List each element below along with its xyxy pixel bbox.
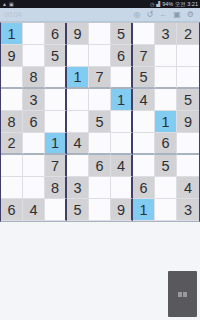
cell-r5c1[interactable]: 8: [1, 111, 23, 133]
status-bar: ▲▣ ◷▟ 94% 오전 3:21: [0, 0, 200, 8]
cell-r5c8[interactable]: 1: [155, 111, 177, 133]
cell-r4c7[interactable]: 4: [133, 89, 155, 111]
footer-area: [0, 222, 200, 320]
cell-r3c1[interactable]: [1, 67, 23, 89]
cell-r3c7[interactable]: 5: [133, 67, 155, 89]
cell-r1c9[interactable]: 2: [177, 23, 199, 45]
cell-r1c6[interactable]: 5: [111, 23, 133, 45]
cell-r1c2[interactable]: [23, 23, 45, 45]
cell-r9c8[interactable]: [155, 199, 177, 221]
cell-r3c2[interactable]: 8: [23, 67, 45, 89]
cell-r4c6[interactable]: 1: [111, 89, 133, 111]
settings-icon[interactable]: ⚙: [187, 8, 194, 21]
cell-r8c7[interactable]: 6: [133, 177, 155, 199]
cell-r2c8[interactable]: [155, 45, 177, 67]
cell-r1c8[interactable]: 3: [155, 23, 177, 45]
cell-r7c3[interactable]: 7: [45, 155, 67, 177]
sim-icon: ▣: [9, 0, 14, 8]
cell-r7c6[interactable]: 4: [111, 155, 133, 177]
cell-r2c3[interactable]: 5: [45, 45, 67, 67]
keypad-button[interactable]: [168, 271, 197, 317]
eraser-icon[interactable]: ▣: [173, 8, 181, 21]
cell-r2c4[interactable]: [67, 45, 89, 67]
cell-r2c9[interactable]: [177, 45, 199, 67]
cell-r1c4[interactable]: 9: [67, 23, 89, 45]
cell-r8c4[interactable]: 3: [67, 177, 89, 199]
cell-r2c7[interactable]: 7: [133, 45, 155, 67]
status-left-icons: ▲▣: [2, 0, 14, 8]
cell-r7c5[interactable]: 6: [89, 155, 111, 177]
cell-r1c5[interactable]: [89, 23, 111, 45]
cell-r2c1[interactable]: 9: [1, 45, 23, 67]
cell-r6c2[interactable]: [23, 133, 45, 155]
keypad-icon: [178, 292, 187, 297]
cell-r6c9[interactable]: [177, 133, 199, 155]
cell-r3c5[interactable]: 7: [89, 67, 111, 89]
sudoku-grid: 1695329567817531458651921467645836464591…: [0, 22, 200, 222]
game-toolbar: 00:04 ◎↺←▣⚙: [0, 8, 200, 22]
cell-r3c8[interactable]: [155, 67, 177, 89]
cell-r3c4[interactable]: 1: [67, 67, 89, 89]
status-right: ◷▟ 94% 오전 3:21: [150, 0, 198, 8]
cell-r8c9[interactable]: 4: [177, 177, 199, 199]
cell-r6c8[interactable]: 6: [155, 133, 177, 155]
cell-r6c3[interactable]: 1: [45, 133, 67, 155]
undo-icon[interactable]: ←: [159, 8, 167, 21]
cell-r8c8[interactable]: [155, 177, 177, 199]
cell-r5c5[interactable]: 5: [89, 111, 111, 133]
cell-r8c2[interactable]: [23, 177, 45, 199]
cell-r4c9[interactable]: 5: [177, 89, 199, 111]
cell-r6c4[interactable]: 4: [67, 133, 89, 155]
cell-r4c8[interactable]: [155, 89, 177, 111]
cell-r9c5[interactable]: [89, 199, 111, 221]
cell-r6c5[interactable]: [89, 133, 111, 155]
notification-triangle-icon: ▲: [2, 0, 7, 8]
cell-r8c6[interactable]: [111, 177, 133, 199]
cell-r4c1[interactable]: [1, 89, 23, 111]
cell-r4c5[interactable]: [89, 89, 111, 111]
cell-r8c5[interactable]: [89, 177, 111, 199]
cell-r1c3[interactable]: 6: [45, 23, 67, 45]
restart-icon[interactable]: ↺: [147, 8, 154, 21]
timer-label: 00:04: [4, 11, 22, 18]
cell-r8c1[interactable]: [1, 177, 23, 199]
cell-r5c2[interactable]: 6: [23, 111, 45, 133]
cell-r3c9[interactable]: [177, 67, 199, 89]
cell-r9c4[interactable]: 5: [67, 199, 89, 221]
cell-r7c1[interactable]: [1, 155, 23, 177]
cell-r7c7[interactable]: [133, 155, 155, 177]
sudoku-app: ▲▣ ◷▟ 94% 오전 3:21 00:04 ◎↺←▣⚙ 1695329567…: [0, 0, 200, 320]
hint-icon[interactable]: ◎: [134, 8, 141, 21]
cell-r4c3[interactable]: [45, 89, 67, 111]
cell-r9c6[interactable]: 9: [111, 199, 133, 221]
cell-r3c6[interactable]: [111, 67, 133, 89]
cell-r5c4[interactable]: [67, 111, 89, 133]
cell-r9c1[interactable]: 6: [1, 199, 23, 221]
cell-r1c7[interactable]: [133, 23, 155, 45]
cell-r9c7[interactable]: 1: [133, 199, 155, 221]
cell-r7c8[interactable]: 5: [155, 155, 177, 177]
cell-r7c4[interactable]: [67, 155, 89, 177]
toolbar-icons: ◎↺←▣⚙: [134, 8, 194, 21]
cell-r4c2[interactable]: 3: [23, 89, 45, 111]
signal-icon: ▟: [156, 0, 160, 8]
cell-r7c9[interactable]: [177, 155, 199, 177]
cell-r6c7[interactable]: [133, 133, 155, 155]
cell-r2c2[interactable]: [23, 45, 45, 67]
cell-r9c2[interactable]: 4: [23, 199, 45, 221]
cell-r1c1[interactable]: 1: [1, 23, 23, 45]
status-right-text: 94% 오전 3:21: [162, 0, 198, 8]
alarm-icon: ◷: [150, 0, 154, 8]
cell-r7c2[interactable]: [23, 155, 45, 177]
cell-r6c1[interactable]: 2: [1, 133, 23, 155]
cell-r3c3[interactable]: [45, 67, 67, 89]
cell-r9c9[interactable]: 3: [177, 199, 199, 221]
cell-r5c9[interactable]: 9: [177, 111, 199, 133]
cell-r2c5[interactable]: [89, 45, 111, 67]
cell-r6c6[interactable]: [111, 133, 133, 155]
cell-r9c3[interactable]: [45, 199, 67, 221]
cell-r8c3[interactable]: 8: [45, 177, 67, 199]
cell-r5c3[interactable]: [45, 111, 67, 133]
cell-r4c4[interactable]: [67, 89, 89, 111]
cell-r2c6[interactable]: 6: [111, 45, 133, 67]
cell-r5c7[interactable]: [133, 111, 155, 133]
cell-r5c6[interactable]: [111, 111, 133, 133]
